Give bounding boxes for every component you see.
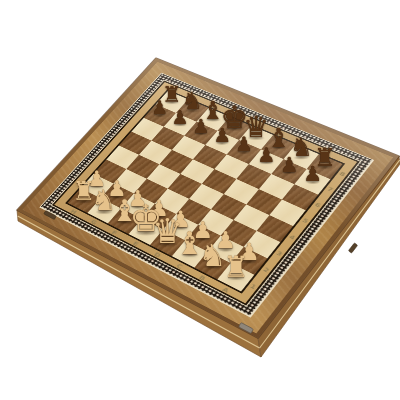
right-hinge-icon — [348, 243, 357, 253]
latch-icon — [239, 323, 254, 334]
chess-set-photo: HGFEDCBA87654321 ♜♞♟♝♟♚♟♛♟♝♟♞♟♜♟♟♟♟♜♟♞♟♝… — [0, 0, 400, 400]
hardware-overlay — [0, 0, 400, 400]
left-hinge-icon — [44, 210, 56, 219]
